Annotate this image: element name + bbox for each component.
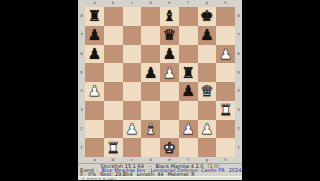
board-square-c4 bbox=[123, 82, 142, 101]
board-square-g6 bbox=[198, 45, 217, 64]
rank-label-2: 2 bbox=[78, 120, 85, 139]
video-frame: abcdefgh 87654321 ♜♝♚♟♛♟♟♟♟♟♟♜♟♟♛♜♟♝♟♟♜♚… bbox=[0, 0, 320, 180]
file-label-c: c bbox=[123, 0, 142, 6]
black-pawn: ♟ bbox=[181, 82, 194, 100]
board-square-h3: ♜ bbox=[216, 101, 235, 120]
black-rook: ♜ bbox=[88, 7, 101, 25]
board-square-a3 bbox=[85, 101, 104, 120]
board-square-e6: ♟ bbox=[160, 45, 179, 64]
board-square-e4 bbox=[160, 82, 179, 101]
board-square-f1 bbox=[179, 138, 198, 157]
board-square-b4 bbox=[104, 82, 123, 101]
board-square-d7 bbox=[141, 26, 160, 45]
board-square-b5 bbox=[104, 63, 123, 82]
chess-gui-panel: abcdefgh 87654321 ♜♝♚♟♛♟♟♟♟♟♟♜♟♟♛♜♟♝♟♟♜♚… bbox=[78, 0, 242, 180]
file-label-e: e bbox=[160, 0, 179, 6]
board-square-d6 bbox=[141, 45, 160, 64]
eval-line-segment-0: -1.07/17 0.96s bbox=[80, 178, 116, 181]
white-pawn: ♟ bbox=[88, 82, 101, 100]
rank-label-5: 5 bbox=[78, 63, 85, 82]
board-square-d1 bbox=[141, 138, 160, 157]
white-pawn: ♟ bbox=[200, 120, 213, 138]
event-line-segment-2: 2024.10.27 Round 2 bbox=[229, 168, 242, 172]
board-square-g2: ♟ bbox=[198, 120, 217, 139]
board-square-d2: ♝ bbox=[141, 120, 160, 139]
rank-labels-right: 87654321 bbox=[235, 7, 242, 157]
black-rook: ♜ bbox=[181, 64, 194, 82]
board-square-a2 bbox=[85, 120, 104, 139]
stats-line-segment-3: Material: R bbox=[168, 172, 195, 176]
board-square-e1: ♚ bbox=[160, 138, 179, 157]
board-square-e7: ♛ bbox=[160, 26, 179, 45]
black-king: ♚ bbox=[200, 7, 213, 25]
board-square-a6: ♟ bbox=[85, 45, 104, 64]
board-square-c5 bbox=[123, 63, 142, 82]
board-square-a8: ♜ bbox=[85, 7, 104, 26]
eval-line: -1.07/17 0.96s bbox=[78, 176, 242, 180]
black-bishop: ♝ bbox=[163, 7, 176, 25]
board-square-g4: ♛ bbox=[198, 82, 217, 101]
file-label-f: f bbox=[179, 0, 198, 6]
white-pawn: ♟ bbox=[219, 45, 232, 63]
file-label-a: a bbox=[85, 0, 104, 6]
white-pawn: ♟ bbox=[125, 120, 138, 138]
board-square-e3 bbox=[160, 101, 179, 120]
rank-label-1: 1 bbox=[235, 138, 242, 157]
board-square-f4: ♟ bbox=[179, 82, 198, 101]
board-square-g7: ♟ bbox=[198, 26, 217, 45]
file-labels-top: abcdefgh bbox=[85, 0, 235, 6]
board-square-c3 bbox=[123, 101, 142, 120]
board-square-e8: ♝ bbox=[160, 7, 179, 26]
black-pawn: ♟ bbox=[163, 45, 176, 63]
board-square-g5 bbox=[198, 63, 217, 82]
rank-label-7: 7 bbox=[235, 26, 242, 45]
board-square-f7 bbox=[179, 26, 198, 45]
board-square-g1 bbox=[198, 138, 217, 157]
white-pawn: ♟ bbox=[181, 120, 194, 138]
board-square-h6: ♟ bbox=[216, 45, 235, 64]
rank-label-1: 1 bbox=[78, 138, 85, 157]
board-square-g8: ♚ bbox=[198, 7, 217, 26]
board-square-b3 bbox=[104, 101, 123, 120]
board-square-d3 bbox=[141, 101, 160, 120]
board-square-h7 bbox=[216, 26, 235, 45]
board-square-a7: ♟ bbox=[85, 26, 104, 45]
rank-label-3: 3 bbox=[78, 101, 85, 120]
pillarbox-left bbox=[0, 0, 78, 180]
board-square-c7 bbox=[123, 26, 142, 45]
white-queen: ♛ bbox=[200, 82, 213, 100]
file-label-h: h bbox=[216, 0, 235, 6]
board-square-f6 bbox=[179, 45, 198, 64]
rank-label-3: 3 bbox=[235, 101, 242, 120]
chess-board: ♜♝♚♟♛♟♟♟♟♟♟♜♟♟♛♜♟♝♟♟♜♚ bbox=[85, 7, 235, 157]
board-square-c2: ♟ bbox=[123, 120, 142, 139]
board-square-f8 bbox=[179, 7, 198, 26]
black-pawn: ♟ bbox=[88, 26, 101, 44]
rank-label-2: 2 bbox=[235, 120, 242, 139]
white-king: ♚ bbox=[163, 139, 176, 157]
white-rook: ♜ bbox=[106, 139, 119, 157]
board-square-c1 bbox=[123, 138, 142, 157]
board-square-c6 bbox=[123, 45, 142, 64]
black-queen: ♛ bbox=[163, 26, 176, 44]
pillarbox-right bbox=[242, 0, 320, 180]
file-label-b: b bbox=[104, 0, 123, 6]
file-label-d: d bbox=[141, 0, 160, 6]
stats-line-segment-0: 0 : 0% bbox=[80, 172, 96, 176]
board-square-d4 bbox=[141, 82, 160, 101]
board-square-a1 bbox=[85, 138, 104, 157]
board-square-b2 bbox=[104, 120, 123, 139]
board-square-c8 bbox=[123, 7, 142, 26]
board-square-g3 bbox=[198, 101, 217, 120]
rank-label-4: 4 bbox=[78, 82, 85, 101]
board-square-f3 bbox=[179, 101, 198, 120]
rank-label-5: 5 bbox=[235, 63, 242, 82]
rank-label-4: 4 bbox=[235, 82, 242, 101]
board-square-b1: ♜ bbox=[104, 138, 123, 157]
board-square-b6 bbox=[104, 45, 123, 64]
rank-label-7: 7 bbox=[78, 26, 85, 45]
rank-label-6: 6 bbox=[235, 45, 242, 64]
rank-label-8: 8 bbox=[78, 7, 85, 26]
board-square-e2 bbox=[160, 120, 179, 139]
board-square-f2: ♟ bbox=[179, 120, 198, 139]
board-square-a4: ♟ bbox=[85, 82, 104, 101]
board-square-h2 bbox=[216, 120, 235, 139]
stats-line-segment-1: Next: 29.Bb4 bbox=[100, 172, 133, 176]
board-square-h5 bbox=[216, 63, 235, 82]
black-pawn: ♟ bbox=[88, 45, 101, 63]
rank-label-8: 8 bbox=[235, 7, 242, 26]
board-square-a5 bbox=[85, 63, 104, 82]
board-square-h8 bbox=[216, 7, 235, 26]
stats-line-segment-2: Length: 44 bbox=[137, 172, 164, 176]
black-pawn: ♟ bbox=[144, 64, 157, 82]
file-label-g: g bbox=[198, 0, 217, 6]
board-square-b7 bbox=[104, 26, 123, 45]
white-rook: ♜ bbox=[219, 101, 232, 119]
board-square-e5: ♟ bbox=[160, 63, 179, 82]
rank-label-6: 6 bbox=[78, 45, 85, 64]
board-square-d5: ♟ bbox=[141, 63, 160, 82]
rank-labels-left: 87654321 bbox=[78, 7, 85, 157]
info-panel: Stockfish 15.1 64--Black Mamba 4 2.0(1-0… bbox=[78, 163, 242, 180]
board-square-b8 bbox=[104, 7, 123, 26]
board-square-h4 bbox=[216, 82, 235, 101]
board-square-h1 bbox=[216, 138, 235, 157]
board-square-d8 bbox=[141, 7, 160, 26]
white-bishop: ♝ bbox=[144, 120, 157, 138]
black-pawn: ♟ bbox=[200, 26, 213, 44]
white-pawn: ♟ bbox=[163, 64, 176, 82]
board-square-f5: ♜ bbox=[179, 63, 198, 82]
